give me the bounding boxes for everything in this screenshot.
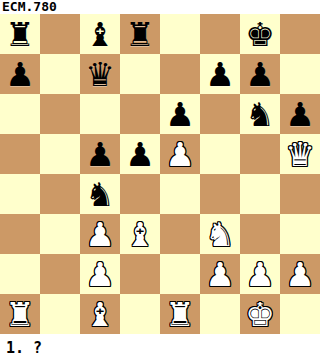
piece-black-bishop: ♝ [80,14,120,54]
square-c5[interactable]: ♟ [80,134,120,174]
piece-black-rook: ♜ [0,14,40,54]
square-h7[interactable] [280,54,320,94]
square-a1[interactable]: ♜ [0,294,40,334]
piece-black-rook: ♜ [120,14,160,54]
square-f6[interactable] [200,94,240,134]
square-d6[interactable] [120,94,160,134]
square-g6[interactable]: ♞ [240,94,280,134]
square-c2[interactable]: ♟ [80,254,120,294]
move-prompt: 1. ? [0,334,320,360]
square-b7[interactable] [40,54,80,94]
piece-black-pawn: ♟ [0,54,40,94]
piece-white-pawn: ♟ [280,254,320,294]
square-a3[interactable] [0,214,40,254]
square-g3[interactable] [240,214,280,254]
square-c6[interactable] [80,94,120,134]
square-e7[interactable] [160,54,200,94]
square-h5[interactable]: ♛ [280,134,320,174]
square-f2[interactable]: ♟ [200,254,240,294]
square-e5[interactable]: ♟ [160,134,200,174]
piece-black-pawn: ♟ [200,54,240,94]
square-a5[interactable] [0,134,40,174]
square-c3[interactable]: ♟ [80,214,120,254]
piece-white-pawn: ♟ [240,254,280,294]
square-a4[interactable] [0,174,40,214]
square-c1[interactable]: ♝ [80,294,120,334]
piece-white-queen: ♛ [280,134,320,174]
piece-black-pawn: ♟ [240,54,280,94]
square-a7[interactable]: ♟ [0,54,40,94]
piece-white-king: ♚ [240,294,280,334]
square-d1[interactable] [120,294,160,334]
square-c7[interactable]: ♛ [80,54,120,94]
square-h8[interactable] [280,14,320,54]
square-f5[interactable] [200,134,240,174]
piece-black-queen: ♛ [80,54,120,94]
square-d5[interactable]: ♟ [120,134,160,174]
piece-white-pawn: ♟ [80,214,120,254]
piece-white-bishop: ♝ [80,294,120,334]
square-a6[interactable] [0,94,40,134]
square-g7[interactable]: ♟ [240,54,280,94]
piece-white-pawn: ♟ [200,254,240,294]
square-c8[interactable]: ♝ [80,14,120,54]
piece-black-knight: ♞ [240,94,280,134]
piece-black-pawn: ♟ [280,94,320,134]
square-h4[interactable] [280,174,320,214]
square-e6[interactable]: ♟ [160,94,200,134]
square-g5[interactable] [240,134,280,174]
piece-black-pawn: ♟ [160,94,200,134]
piece-white-rook: ♜ [0,294,40,334]
square-h3[interactable] [280,214,320,254]
piece-black-knight: ♞ [80,174,120,214]
square-b6[interactable] [40,94,80,134]
square-a8[interactable]: ♜ [0,14,40,54]
square-b5[interactable] [40,134,80,174]
square-g8[interactable]: ♚ [240,14,280,54]
square-f7[interactable]: ♟ [200,54,240,94]
square-h1[interactable] [280,294,320,334]
square-b2[interactable] [40,254,80,294]
square-f4[interactable] [200,174,240,214]
square-d7[interactable] [120,54,160,94]
square-d8[interactable]: ♜ [120,14,160,54]
square-f3[interactable]: ♞ [200,214,240,254]
square-h2[interactable]: ♟ [280,254,320,294]
square-d4[interactable] [120,174,160,214]
piece-black-pawn: ♟ [80,134,120,174]
chess-puzzle-app: ECM.780 ♜♝♜♚♟♛♟♟♟♞♟♟♟♟♛♞♟♝♞♟♟♟♟♜♝♜♚ 1. ? [0,0,320,360]
piece-white-bishop: ♝ [120,214,160,254]
square-b1[interactable] [40,294,80,334]
square-e1[interactable]: ♜ [160,294,200,334]
piece-white-rook: ♜ [160,294,200,334]
piece-white-pawn: ♟ [160,134,200,174]
piece-black-pawn: ♟ [120,134,160,174]
square-g4[interactable] [240,174,280,214]
square-g1[interactable]: ♚ [240,294,280,334]
square-f8[interactable] [200,14,240,54]
piece-white-knight: ♞ [200,214,240,254]
square-e4[interactable] [160,174,200,214]
square-e8[interactable] [160,14,200,54]
puzzle-id: ECM.780 [0,0,320,14]
square-b8[interactable] [40,14,80,54]
piece-black-king: ♚ [240,14,280,54]
square-b3[interactable] [40,214,80,254]
square-h6[interactable]: ♟ [280,94,320,134]
square-c4[interactable]: ♞ [80,174,120,214]
chess-board: ♜♝♜♚♟♛♟♟♟♞♟♟♟♟♛♞♟♝♞♟♟♟♟♜♝♜♚ [0,14,320,334]
piece-white-pawn: ♟ [80,254,120,294]
square-b4[interactable] [40,174,80,214]
square-g2[interactable]: ♟ [240,254,280,294]
square-f1[interactable] [200,294,240,334]
square-a2[interactable] [0,254,40,294]
square-d3[interactable]: ♝ [120,214,160,254]
square-e3[interactable] [160,214,200,254]
square-d2[interactable] [120,254,160,294]
square-e2[interactable] [160,254,200,294]
